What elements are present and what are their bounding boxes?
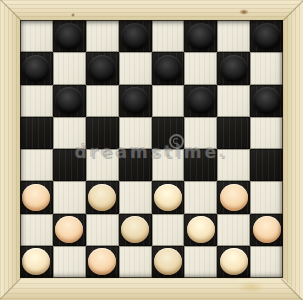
board-square[interactable]: ⛀ [119,214,152,246]
piece-glyph: ⛀ [26,250,46,274]
white-man-piece[interactable]: ⛀ [88,184,116,211]
board-square[interactable]: ⛂ [53,20,86,52]
board-square [86,85,119,117]
board-square [152,214,185,246]
piece-glyph: ⛂ [92,56,112,80]
board-frame-left [0,0,20,300]
wood-knot [239,9,249,15]
black-man-piece[interactable]: ⛂ [154,55,182,82]
board-square[interactable]: ⛂ [250,20,283,52]
black-man-piece[interactable]: ⛂ [55,23,83,50]
piece-glyph: ⛂ [257,24,277,48]
board-square[interactable] [250,149,283,181]
board-frame-right [283,0,303,300]
board-square [217,149,250,181]
board-square[interactable]: ⛀ [250,214,283,246]
board-square[interactable] [119,149,152,181]
board-square[interactable]: ⛂ [250,85,283,117]
piece-glyph: ⛀ [125,218,145,242]
white-man-piece[interactable]: ⛀ [121,216,149,243]
board-square[interactable]: ⛀ [184,214,217,246]
board-square[interactable]: ⛀ [217,246,250,278]
piece-glyph: ⛂ [191,24,211,48]
board-square[interactable] [86,117,119,149]
wood-knot [71,13,75,17]
board-square [119,181,152,213]
wood-stain [238,281,264,293]
board-square [217,214,250,246]
board-square[interactable]: ⛀ [20,246,53,278]
piece-glyph: ⛀ [59,218,79,242]
white-man-piece[interactable]: ⛀ [253,216,281,243]
piece-glyph: ⛂ [59,24,79,48]
board-square [250,181,283,213]
board-square [20,20,53,52]
black-man-piece[interactable]: ⛂ [121,87,149,114]
piece-glyph: ⛀ [158,185,178,209]
board-square [184,117,217,149]
frame-mitre-joint [282,0,303,22]
board-square[interactable]: ⛂ [86,52,119,84]
white-man-piece[interactable]: ⛀ [154,248,182,275]
white-man-piece[interactable]: ⛀ [220,184,248,211]
frame-mitre-joint [0,278,21,300]
black-man-piece[interactable]: ⛂ [253,87,281,114]
piece-glyph: ⛂ [125,89,145,113]
board-square [20,214,53,246]
frame-mitre-joint [281,279,303,300]
white-man-piece[interactable]: ⛀ [220,248,248,275]
board-square [20,85,53,117]
board-square[interactable]: ⛂ [152,52,185,84]
board-square[interactable] [152,117,185,149]
checkers-board: ⛂⛂⛂⛂⛂⛂⛂⛂⛂⛂⛂⛂⛀⛀⛀⛀⛀⛀⛀⛀⛀⛀⛀⛀ [20,20,283,278]
board-square [119,52,152,84]
white-man-piece[interactable]: ⛀ [154,184,182,211]
piece-glyph: ⛀ [158,250,178,274]
white-man-piece[interactable]: ⛀ [22,184,50,211]
piece-glyph: ⛂ [191,89,211,113]
checkers-board-photo: ⛂⛂⛂⛂⛂⛂⛂⛂⛂⛂⛂⛂⛀⛀⛀⛀⛀⛀⛀⛀⛀⛀⛀⛀ dreamstime. [0,0,303,300]
board-square [250,52,283,84]
board-square[interactable] [20,117,53,149]
black-man-piece[interactable]: ⛂ [187,87,215,114]
white-man-piece[interactable]: ⛀ [88,248,116,275]
piece-glyph: ⛂ [26,56,46,80]
board-square [184,181,217,213]
board-frame-top [0,0,303,20]
black-man-piece[interactable]: ⛂ [187,23,215,50]
board-square[interactable]: ⛂ [184,85,217,117]
board-square[interactable]: ⛂ [184,20,217,52]
board-square[interactable]: ⛂ [119,20,152,52]
board-square [184,52,217,84]
board-square [152,149,185,181]
board-square [53,181,86,213]
white-man-piece[interactable]: ⛀ [22,248,50,275]
board-square[interactable]: ⛀ [152,246,185,278]
board-square [86,20,119,52]
black-man-piece[interactable]: ⛂ [55,87,83,114]
board-square [217,85,250,117]
board-square[interactable]: ⛀ [86,246,119,278]
piece-glyph: ⛀ [92,185,112,209]
board-square [20,149,53,181]
board-square[interactable]: ⛀ [152,181,185,213]
board-square[interactable]: ⛀ [53,214,86,246]
board-square [53,246,86,278]
board-square[interactable]: ⛂ [119,85,152,117]
board-square [53,117,86,149]
piece-glyph: ⛂ [257,89,277,113]
board-square [184,246,217,278]
board-square[interactable] [217,117,250,149]
board-square[interactable] [184,149,217,181]
piece-glyph: ⛂ [59,89,79,113]
white-man-piece[interactable]: ⛀ [187,216,215,243]
board-square[interactable]: ⛀ [20,181,53,213]
black-man-piece[interactable]: ⛂ [88,55,116,82]
board-square [119,117,152,149]
black-man-piece[interactable]: ⛂ [253,23,281,50]
piece-glyph: ⛂ [158,56,178,80]
board-square [53,52,86,84]
piece-glyph: ⛀ [224,250,244,274]
board-square[interactable]: ⛂ [217,52,250,84]
board-frame-bottom [0,278,303,300]
board-square[interactable]: ⛀ [217,181,250,213]
black-man-piece[interactable]: ⛂ [121,23,149,50]
piece-glyph: ⛀ [257,218,277,242]
piece-glyph: ⛂ [224,56,244,80]
board-square [119,246,152,278]
board-square [152,20,185,52]
piece-glyph: ⛂ [125,24,145,48]
board-square[interactable]: ⛂ [53,85,86,117]
black-man-piece[interactable]: ⛂ [220,55,248,82]
board-square [250,117,283,149]
board-square [152,85,185,117]
board-square[interactable] [53,149,86,181]
piece-glyph: ⛀ [92,250,112,274]
piece-glyph: ⛀ [26,185,46,209]
board-square [86,214,119,246]
white-man-piece[interactable]: ⛀ [55,216,83,243]
piece-glyph: ⛀ [191,218,211,242]
board-square[interactable]: ⛂ [20,52,53,84]
piece-glyph: ⛀ [224,185,244,209]
board-square [217,20,250,52]
frame-mitre-joint [0,0,22,21]
black-man-piece[interactable]: ⛂ [22,55,50,82]
board-square[interactable]: ⛀ [86,181,119,213]
board-square [86,149,119,181]
board-square [250,246,283,278]
